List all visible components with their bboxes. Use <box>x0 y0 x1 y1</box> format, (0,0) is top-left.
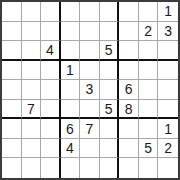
cell-r8c3-empty[interactable] <box>41 139 61 159</box>
cell-r7c3-empty[interactable] <box>41 119 61 139</box>
cell-r5c6-empty[interactable] <box>100 80 120 100</box>
cell-r3c5-empty[interactable] <box>80 41 100 61</box>
cell-r1c5-empty[interactable] <box>80 2 100 22</box>
cell-r2c1-empty[interactable] <box>2 22 22 42</box>
cell-r2c4-empty[interactable] <box>61 22 81 42</box>
cell-r7c1-empty[interactable] <box>2 119 22 139</box>
cell-r5c9-empty[interactable] <box>158 80 178 100</box>
cell-r7c4-given-6[interactable]: 6 <box>61 119 81 139</box>
cell-r1c7-empty[interactable] <box>119 2 139 22</box>
cell-r1c1-empty[interactable] <box>2 2 22 22</box>
cell-r9c7-empty[interactable] <box>119 158 139 178</box>
cell-r1c8-empty[interactable] <box>139 2 159 22</box>
cell-r7c8-empty[interactable] <box>139 119 159 139</box>
cell-r8c2-empty[interactable] <box>22 139 42 159</box>
cell-r7c2-empty[interactable] <box>22 119 42 139</box>
cell-r1c2-empty[interactable] <box>22 2 42 22</box>
cell-r4c6-empty[interactable] <box>100 61 120 81</box>
cell-r3c2-empty[interactable] <box>22 41 42 61</box>
cell-r3c4-empty[interactable] <box>61 41 81 61</box>
cell-r4c3-empty[interactable] <box>41 61 61 81</box>
cell-r1c4-empty[interactable] <box>61 2 81 22</box>
cell-r4c9-empty[interactable] <box>158 61 178 81</box>
cell-r4c7-empty[interactable] <box>119 61 139 81</box>
cell-r5c3-empty[interactable] <box>41 80 61 100</box>
cell-r3c9-empty[interactable] <box>158 41 178 61</box>
cell-r4c8-empty[interactable] <box>139 61 159 81</box>
cell-r8c5-empty[interactable] <box>80 139 100 159</box>
cell-r9c3-empty[interactable] <box>41 158 61 178</box>
cell-r3c7-empty[interactable] <box>119 41 139 61</box>
cell-r6c9-empty[interactable] <box>158 100 178 120</box>
cell-r3c8-empty[interactable] <box>139 41 159 61</box>
cell-r5c1-empty[interactable] <box>2 80 22 100</box>
cell-r2c3-empty[interactable] <box>41 22 61 42</box>
cell-r9c6-empty[interactable] <box>100 158 120 178</box>
cell-r5c8-empty[interactable] <box>139 80 159 100</box>
cell-r5c5-given-3[interactable]: 3 <box>80 80 100 100</box>
cell-r2c6-empty[interactable] <box>100 22 120 42</box>
cell-r6c4-empty[interactable] <box>61 100 81 120</box>
cell-r6c8-empty[interactable] <box>139 100 159 120</box>
cell-r6c3-empty[interactable] <box>41 100 61 120</box>
cell-r3c3-given-4[interactable]: 4 <box>41 41 61 61</box>
cell-r5c7-given-6[interactable]: 6 <box>119 80 139 100</box>
cell-r6c7-given-8[interactable]: 8 <box>119 100 139 120</box>
cell-r7c5-given-7[interactable]: 7 <box>80 119 100 139</box>
cell-r9c4-empty[interactable] <box>61 158 81 178</box>
cell-r2c5-empty[interactable] <box>80 22 100 42</box>
cell-r4c1-empty[interactable] <box>2 61 22 81</box>
cell-r2c2-empty[interactable] <box>22 22 42 42</box>
cell-r2c7-empty[interactable] <box>119 22 139 42</box>
cell-r6c2-given-7[interactable]: 7 <box>22 100 42 120</box>
cell-r2c8-given-2[interactable]: 2 <box>139 22 159 42</box>
cell-r8c8-given-5[interactable]: 5 <box>139 139 159 159</box>
cell-r3c1-empty[interactable] <box>2 41 22 61</box>
cell-r4c2-empty[interactable] <box>22 61 42 81</box>
cell-r9c5-empty[interactable] <box>80 158 100 178</box>
cell-r9c2-empty[interactable] <box>22 158 42 178</box>
cell-r7c9-given-1[interactable]: 1 <box>158 119 178 139</box>
cell-r4c4-given-1[interactable]: 1 <box>61 61 81 81</box>
cell-r8c9-given-2[interactable]: 2 <box>158 139 178 159</box>
cell-r8c4-given-4[interactable]: 4 <box>61 139 81 159</box>
cell-r5c2-empty[interactable] <box>22 80 42 100</box>
cell-r6c1-empty[interactable] <box>2 100 22 120</box>
cell-r7c6-empty[interactable] <box>100 119 120 139</box>
cell-r6c5-empty[interactable] <box>80 100 100 120</box>
cell-r9c1-empty[interactable] <box>2 158 22 178</box>
cell-r4c5-empty[interactable] <box>80 61 100 81</box>
cell-r2c9-given-3[interactable]: 3 <box>158 22 178 42</box>
cell-r9c8-given-undefined[interactable] <box>139 158 159 178</box>
cell-r1c9-given-1[interactable]: 1 <box>158 2 178 22</box>
cell-r1c6-empty[interactable] <box>100 2 120 22</box>
sudoku-board-container: 12345136758671452 <box>0 0 180 180</box>
cell-r9c9-given-undefined[interactable] <box>158 158 178 178</box>
cell-r5c4-empty[interactable] <box>61 80 81 100</box>
cell-r8c7-empty[interactable] <box>119 139 139 159</box>
cell-r8c1-empty[interactable] <box>2 139 22 159</box>
cell-r6c6-given-5[interactable]: 5 <box>100 100 120 120</box>
cell-r3c6-given-5[interactable]: 5 <box>100 41 120 61</box>
sudoku-board: 12345136758671452 <box>0 0 180 180</box>
cell-r7c7-empty[interactable] <box>119 119 139 139</box>
cell-r1c3-empty[interactable] <box>41 2 61 22</box>
cell-r8c6-empty[interactable] <box>100 139 120 159</box>
